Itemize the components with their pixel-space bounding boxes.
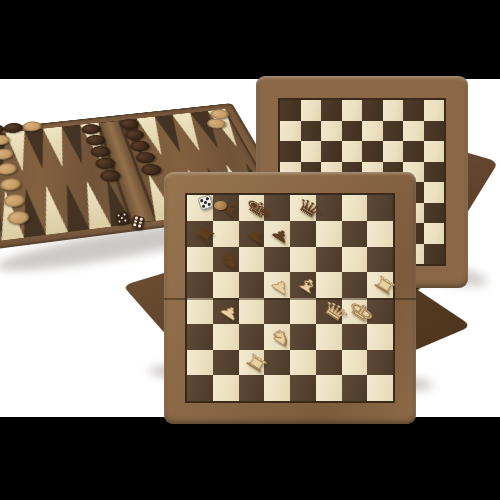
board-cell — [316, 247, 342, 273]
board-cell — [239, 375, 265, 401]
board-cell — [187, 324, 213, 350]
case-square — [403, 141, 424, 162]
die-pip — [121, 217, 124, 220]
board-cell: ♛ — [290, 195, 316, 221]
board-cell: ♞ — [213, 247, 239, 273]
die-pip — [202, 204, 205, 207]
board-cell — [290, 247, 316, 273]
board-cell — [239, 324, 265, 350]
dark-die — [115, 211, 129, 225]
board-cell — [187, 298, 213, 324]
board-cell — [187, 375, 213, 401]
case-square — [301, 100, 322, 121]
board-cell — [367, 350, 393, 376]
case-square — [403, 100, 424, 121]
board-cell — [213, 272, 239, 298]
die-pip — [140, 218, 143, 221]
board-cell — [264, 247, 290, 273]
board-cell — [316, 350, 342, 376]
case-square — [424, 244, 445, 265]
case-square — [321, 141, 342, 162]
case-square — [424, 162, 445, 183]
case-square — [321, 100, 342, 121]
case-square — [280, 121, 301, 142]
case-square — [321, 121, 342, 142]
board-cell — [213, 324, 239, 350]
board-cell: ♜ — [367, 272, 393, 298]
case-square — [280, 100, 301, 121]
die-pip — [117, 214, 120, 217]
die-pip — [207, 203, 210, 206]
board-cell — [213, 375, 239, 401]
case-square — [342, 141, 363, 162]
board-cell — [367, 195, 393, 221]
case-square — [424, 223, 445, 244]
case-square — [362, 141, 383, 162]
case-square — [342, 100, 363, 121]
chess-pieces-layer: ♝♚♛♜♟♟♞♟♝♜♟♛♚♞♜ — [187, 195, 393, 401]
board-cell — [342, 221, 368, 247]
case-square — [362, 100, 383, 121]
board-cell — [316, 375, 342, 401]
board-cell — [342, 350, 368, 376]
wooden-checker — [214, 201, 227, 210]
case-square — [424, 182, 445, 203]
board-cell: ♜ — [187, 221, 213, 247]
case-square — [301, 141, 322, 162]
case-square — [424, 203, 445, 224]
board-cell — [187, 247, 213, 273]
die-pip — [135, 217, 138, 220]
board-cell — [290, 298, 316, 324]
board-cell — [290, 375, 316, 401]
board-cell — [213, 350, 239, 376]
light-rook: ♜ — [369, 272, 399, 299]
board-cell — [264, 298, 290, 324]
board-cell — [187, 272, 213, 298]
board-cell — [367, 247, 393, 273]
case-square — [383, 121, 404, 142]
board-cell — [316, 324, 342, 350]
board-cell: ♞ — [264, 324, 290, 350]
board-cell: ♟ — [239, 221, 265, 247]
die-pip — [138, 224, 141, 227]
case-square — [362, 121, 383, 142]
case-square — [280, 141, 301, 162]
case-square — [383, 100, 404, 121]
die-pip — [118, 220, 121, 223]
board-cell — [342, 324, 368, 350]
board-cell: ♜ — [239, 350, 265, 376]
board-cell: ♟ — [213, 298, 239, 324]
board-cell — [187, 350, 213, 376]
board-cell — [342, 375, 368, 401]
die-pip — [124, 219, 127, 222]
case-square — [424, 121, 445, 142]
case-square — [342, 121, 363, 142]
die-pip — [133, 223, 136, 226]
board-cell: ♛ — [316, 298, 342, 324]
case-square — [424, 100, 445, 121]
board-cell — [367, 221, 393, 247]
case-square — [301, 121, 322, 142]
case-square — [403, 121, 424, 142]
case-square — [383, 141, 404, 162]
board-cell — [342, 247, 368, 273]
board-cell — [264, 375, 290, 401]
case-square — [424, 141, 445, 162]
board-cell — [367, 324, 393, 350]
board-cell: ♟ — [264, 272, 290, 298]
board-cell — [342, 195, 368, 221]
board-cell — [367, 375, 393, 401]
board-cell — [316, 221, 342, 247]
board-cell — [290, 350, 316, 376]
die-pip — [123, 213, 126, 216]
product-photo: ♝♚♛♜♟♟♞♟♝♜♟♛♚♞♜ — [0, 0, 500, 500]
board-cell — [239, 272, 265, 298]
